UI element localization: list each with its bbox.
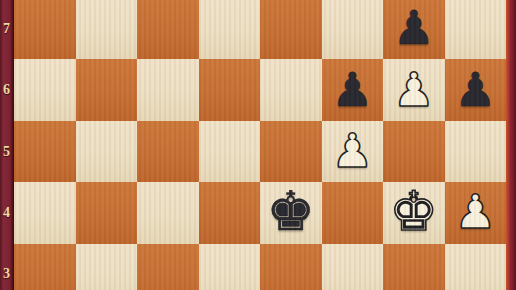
square-d5[interactable]: [199, 121, 261, 182]
square-c5[interactable]: [137, 121, 199, 182]
square-a5[interactable]: [14, 121, 76, 182]
square-h7[interactable]: [445, 0, 507, 59]
piece-black-pawn[interactable]: ♟: [393, 4, 435, 51]
rank-label-5: 5: [0, 144, 13, 160]
square-g3[interactable]: [383, 244, 445, 290]
square-h5[interactable]: [445, 121, 507, 182]
piece-white-pawn[interactable]: ♟: [331, 127, 373, 174]
rank-label-3: 3: [0, 266, 13, 282]
rank-label-7: 7: [0, 21, 13, 37]
square-c6[interactable]: [137, 59, 199, 120]
square-a3[interactable]: [14, 244, 76, 290]
square-g5[interactable]: [383, 121, 445, 182]
square-e3[interactable]: [260, 244, 322, 290]
piece-black-king[interactable]: ♚: [267, 185, 315, 239]
square-a4[interactable]: [14, 182, 76, 243]
square-c7[interactable]: [137, 0, 199, 59]
piece-white-pawn[interactable]: ♟: [393, 66, 435, 113]
square-c3[interactable]: [137, 244, 199, 290]
square-a7[interactable]: [14, 0, 76, 59]
square-e5[interactable]: [260, 121, 322, 182]
square-h3[interactable]: [445, 244, 507, 290]
square-g4[interactable]: ♚: [383, 182, 445, 243]
square-f4[interactable]: [322, 182, 384, 243]
square-g7[interactable]: ♟: [383, 0, 445, 59]
square-b4[interactable]: [76, 182, 138, 243]
square-b5[interactable]: [76, 121, 138, 182]
piece-black-pawn[interactable]: ♟: [454, 66, 496, 113]
square-d7[interactable]: [199, 0, 261, 59]
square-h4[interactable]: ♟: [445, 182, 507, 243]
square-d4[interactable]: [199, 182, 261, 243]
square-h6[interactable]: ♟: [445, 59, 507, 120]
square-e4[interactable]: ♚: [260, 182, 322, 243]
rank-label-4: 4: [0, 205, 13, 221]
piece-white-king[interactable]: ♚: [390, 185, 438, 239]
board-frame-left: 76543: [0, 0, 14, 290]
square-f3[interactable]: [322, 244, 384, 290]
square-b7[interactable]: [76, 0, 138, 59]
square-a6[interactable]: [14, 59, 76, 120]
board-frame-right: [506, 0, 516, 290]
piece-black-pawn[interactable]: ♟: [331, 66, 373, 113]
square-f6[interactable]: ♟: [322, 59, 384, 120]
square-f7[interactable]: [322, 0, 384, 59]
square-b6[interactable]: [76, 59, 138, 120]
square-d6[interactable]: [199, 59, 261, 120]
chess-board-frame: ♟♟♟♟♟♚♚♟ 76543: [0, 0, 516, 290]
square-f5[interactable]: ♟: [322, 121, 384, 182]
square-b3[interactable]: [76, 244, 138, 290]
rank-label-6: 6: [0, 82, 13, 98]
square-e7[interactable]: [260, 0, 322, 59]
square-e6[interactable]: [260, 59, 322, 120]
piece-white-pawn[interactable]: ♟: [454, 188, 496, 235]
square-d3[interactable]: [199, 244, 261, 290]
square-c4[interactable]: [137, 182, 199, 243]
chess-board: ♟♟♟♟♟♚♚♟: [14, 0, 506, 290]
square-g6[interactable]: ♟: [383, 59, 445, 120]
